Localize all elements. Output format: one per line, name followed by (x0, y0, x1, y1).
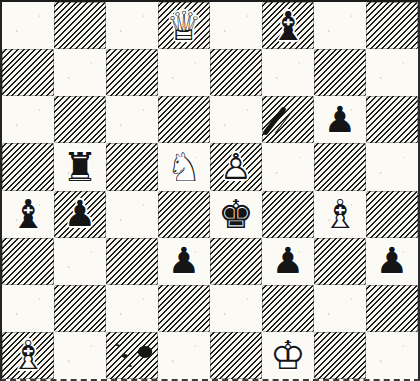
piece-glyph: ♝ (2, 191, 54, 238)
square-b6[interactable] (54, 96, 106, 143)
square-f5[interactable] (262, 143, 314, 190)
piece-halo: ♟ (54, 191, 106, 238)
square-d3[interactable]: ♟♟ (158, 238, 210, 285)
black-pawn-piece: ♟♟ (54, 191, 106, 238)
square-b3[interactable] (54, 238, 106, 285)
piece-glyph: ♟ (314, 96, 366, 143)
white-pawn-piece: ♟♙ (210, 143, 262, 190)
square-e7[interactable] (210, 49, 262, 96)
white-knight-piece: ♞♘ (158, 143, 210, 190)
square-d6[interactable] (158, 96, 210, 143)
square-b4[interactable]: ♟♟ (54, 191, 106, 238)
piece-halo: ♚ (210, 191, 262, 238)
square-g4[interactable]: ♝♗ (314, 191, 366, 238)
black-rook-piece: ♜♜ (54, 143, 106, 190)
square-a5[interactable] (2, 143, 54, 190)
square-e1[interactable] (210, 332, 262, 379)
piece-halo: ♞ (158, 143, 210, 190)
square-c2[interactable] (106, 285, 158, 332)
square-g6[interactable]: ♟♟ (314, 96, 366, 143)
square-f2[interactable] (262, 285, 314, 332)
square-c1[interactable] (106, 332, 158, 379)
ink-smudge (136, 344, 153, 360)
square-f7[interactable] (262, 49, 314, 96)
square-d7[interactable] (158, 49, 210, 96)
square-e5[interactable]: ♟♙ (210, 143, 262, 190)
white-queen-piece: ♛♕ (158, 2, 210, 49)
white-bishop-piece: ♝♗ (314, 191, 366, 238)
square-a8[interactable] (2, 2, 54, 49)
square-g8[interactable] (314, 2, 366, 49)
white-bishop-piece: ♝♗ (2, 332, 54, 379)
square-e4[interactable]: ♚♚ (210, 191, 262, 238)
piece-glyph: ♝ (262, 2, 314, 49)
piece-glyph: ♗ (2, 332, 54, 379)
square-c8[interactable] (106, 2, 158, 49)
piece-halo: ♝ (262, 2, 314, 49)
piece-halo: ♟ (158, 238, 210, 285)
square-f6[interactable] (262, 96, 314, 143)
square-c3[interactable] (106, 238, 158, 285)
square-e8[interactable] (210, 2, 262, 49)
square-f4[interactable] (262, 191, 314, 238)
square-h4[interactable] (366, 191, 418, 238)
square-c7[interactable] (106, 49, 158, 96)
square-f1[interactable]: ♚♔ (262, 332, 314, 379)
square-g2[interactable] (314, 285, 366, 332)
square-b7[interactable] (54, 49, 106, 96)
piece-glyph: ♟ (54, 191, 106, 238)
black-bishop-piece: ♝♝ (262, 2, 314, 49)
square-g5[interactable] (314, 143, 366, 190)
square-a1[interactable]: ♝♗ (2, 332, 54, 379)
square-a7[interactable] (2, 49, 54, 96)
piece-glyph: ♘ (158, 143, 210, 190)
black-pawn-piece: ♟♟ (314, 96, 366, 143)
square-h3[interactable]: ♟♟ (366, 238, 418, 285)
square-h2[interactable] (366, 285, 418, 332)
piece-glyph: ♟ (158, 238, 210, 285)
square-e6[interactable] (210, 96, 262, 143)
square-h8[interactable] (366, 2, 418, 49)
piece-glyph: ♕ (158, 2, 210, 49)
square-d2[interactable] (158, 285, 210, 332)
piece-halo: ♟ (262, 238, 314, 285)
chess-board: ♛♕♝♝♟♟♜♜♞♘♟♙♝♝♟♟♚♚♝♗♟♟♟♟♟♟♝♗♚♔ (0, 0, 420, 381)
square-d4[interactable] (158, 191, 210, 238)
black-pawn-piece: ♟♟ (262, 238, 314, 285)
black-king-piece: ♚♚ (210, 191, 262, 238)
square-a4[interactable]: ♝♝ (2, 191, 54, 238)
piece-halo: ♚ (262, 332, 314, 379)
piece-glyph: ♗ (314, 191, 366, 238)
square-h7[interactable] (366, 49, 418, 96)
square-h1[interactable] (366, 332, 418, 379)
square-g3[interactable] (314, 238, 366, 285)
piece-glyph: ♟ (262, 238, 314, 285)
square-c5[interactable] (106, 143, 158, 190)
piece-glyph: ♚ (210, 191, 262, 238)
piece-halo: ♛ (158, 2, 210, 49)
piece-glyph: ♔ (262, 332, 314, 379)
square-d5[interactable]: ♞♘ (158, 143, 210, 190)
piece-glyph: ♜ (54, 143, 106, 190)
square-d8[interactable]: ♛♕ (158, 2, 210, 49)
piece-halo: ♝ (2, 332, 54, 379)
square-b8[interactable] (54, 2, 106, 49)
square-b1[interactable] (54, 332, 106, 379)
square-g7[interactable] (314, 49, 366, 96)
square-a3[interactable] (2, 238, 54, 285)
piece-halo: ♝ (314, 191, 366, 238)
square-b2[interactable] (54, 285, 106, 332)
black-pawn-piece: ♟♟ (366, 238, 418, 285)
stray-stroke (262, 106, 287, 136)
square-f8[interactable]: ♝♝ (262, 2, 314, 49)
piece-glyph: ♙ (210, 143, 262, 190)
newspaper-scan: ♛♕♝♝♟♟♜♜♞♘♟♙♝♝♟♟♚♚♝♗♟♟♟♟♟♟♝♗♚♔ (0, 0, 420, 381)
square-a2[interactable] (2, 285, 54, 332)
square-c6[interactable] (106, 96, 158, 143)
piece-halo: ♝ (2, 191, 54, 238)
square-e3[interactable] (210, 238, 262, 285)
square-b5[interactable]: ♜♜ (54, 143, 106, 190)
square-c4[interactable] (106, 191, 158, 238)
square-e2[interactable] (210, 285, 262, 332)
square-a6[interactable] (2, 96, 54, 143)
square-f3[interactable]: ♟♟ (262, 238, 314, 285)
white-king-piece: ♚♔ (262, 332, 314, 379)
square-g1[interactable] (314, 332, 366, 379)
piece-halo: ♟ (366, 238, 418, 285)
square-d1[interactable] (158, 332, 210, 379)
black-pawn-piece: ♟♟ (158, 238, 210, 285)
square-h6[interactable] (366, 96, 418, 143)
square-h5[interactable] (366, 143, 418, 190)
black-bishop-piece: ♝♝ (2, 191, 54, 238)
piece-halo: ♜ (54, 143, 106, 190)
piece-halo: ♟ (314, 96, 366, 143)
piece-glyph: ♟ (366, 238, 418, 285)
piece-halo: ♟ (210, 143, 262, 190)
